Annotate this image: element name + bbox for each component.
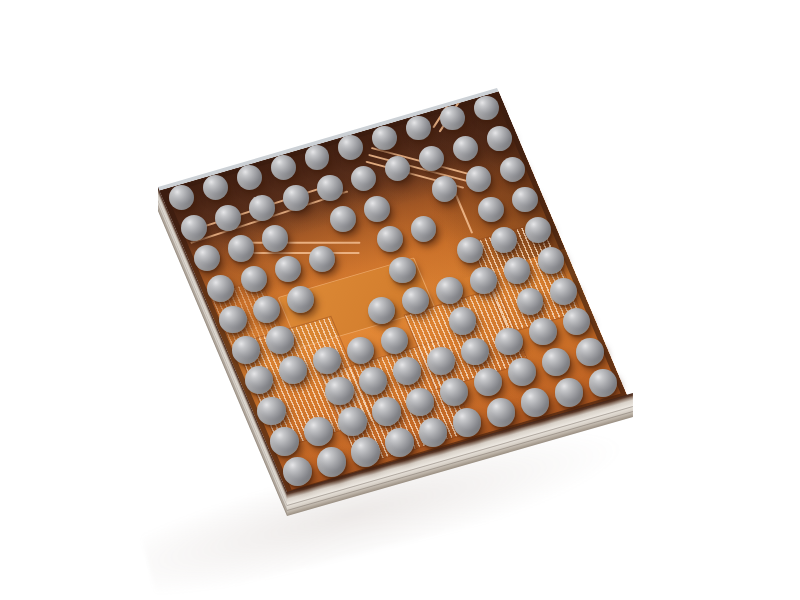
solder-ball [550,278,577,305]
solder-ball [304,417,333,446]
solder-ball [474,368,502,396]
solder-ball [517,288,544,315]
solder-ball [521,388,549,416]
solder-ball [270,427,299,456]
solder-ball [385,428,414,457]
solder-ball [470,267,497,294]
solder-ball [338,407,367,436]
solder-ball [500,157,525,182]
solder-ball [555,378,583,406]
solder-ball [576,338,604,366]
solder-ball [372,126,397,151]
solder-ball [245,366,273,394]
solder-ball [385,156,410,181]
solder-ball [440,106,464,130]
solder-ball [207,275,234,302]
solder-ball [364,196,390,222]
solder-ball [317,175,342,200]
solder-ball [440,378,468,406]
solder-ball [508,358,536,386]
solder-ball [249,195,275,221]
solder-ball [419,418,448,447]
solder-ball [466,166,491,191]
solder-ball [228,235,254,261]
solder-ball [389,257,416,284]
solder-ball [542,348,570,376]
solder-ball [203,175,228,200]
solder-ball [529,318,556,345]
solder-ball [181,215,207,241]
solder-ball [271,155,296,180]
solder-ball [351,437,380,466]
solder-ball [219,306,246,333]
solder-ball [262,225,288,251]
solder-ball [538,247,564,273]
solder-ball [317,447,346,476]
solder-ball [279,356,307,384]
solder-ball [432,176,457,201]
solder-ball [495,328,523,356]
solder-ball [406,116,431,141]
solder-ball [309,246,335,272]
solder-ball [449,307,476,334]
solder-ball [283,185,309,211]
solder-ball [461,338,489,366]
solder-ball [406,388,434,416]
solder-ball [330,206,356,232]
solder-ball [266,326,294,354]
solder-ball [237,165,262,190]
solder-ball [377,226,403,252]
signal-trace-line [243,242,360,244]
solder-ball [368,297,395,324]
solder-ball [474,96,498,120]
solder-ball [325,377,353,405]
solder-ball [453,136,478,161]
solder-ball [169,185,195,211]
solder-ball [453,408,482,437]
solder-ball [313,347,341,375]
chip-photo-stage [0,0,800,600]
solder-ball [372,397,401,426]
solder-ball [589,369,617,397]
solder-ball [215,205,241,231]
solder-ball [436,277,463,304]
solder-ball [232,336,260,364]
solder-ball [487,398,516,427]
solder-ball [504,257,531,284]
solder-ball [487,126,512,151]
solder-ball [257,397,286,426]
solder-ball [419,146,444,171]
solder-ball [402,287,429,314]
signal-trace-line [253,252,360,254]
